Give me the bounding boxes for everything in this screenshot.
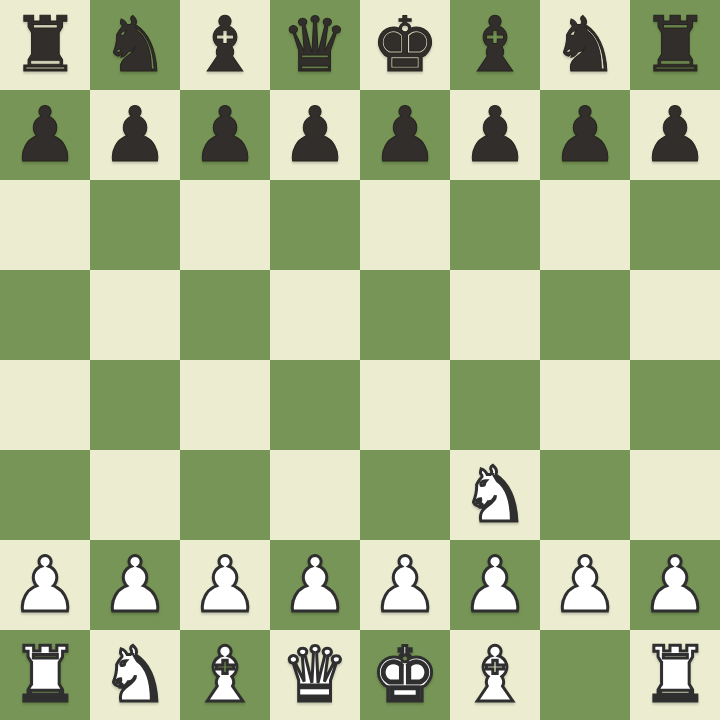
square-d8[interactable]: ♛ [270, 0, 360, 90]
square-b2[interactable]: ♟ [90, 540, 180, 630]
square-b8[interactable]: ♞ [90, 0, 180, 90]
piece-black-rook[interactable]: ♜ [641, 0, 709, 90]
square-c2[interactable]: ♟ [180, 540, 270, 630]
square-c4[interactable] [180, 360, 270, 450]
piece-white-pawn[interactable]: ♟ [551, 540, 619, 630]
piece-black-king[interactable]: ♚ [371, 0, 439, 90]
square-g8[interactable]: ♞ [540, 0, 630, 90]
square-a3[interactable] [0, 450, 90, 540]
piece-black-bishop[interactable]: ♝ [191, 0, 259, 90]
piece-black-pawn[interactable]: ♟ [551, 90, 619, 180]
square-g1[interactable] [540, 630, 630, 720]
chess-board: ♜♞♝♛♚♝♞♜♟♟♟♟♟♟♟♟♞♟♟♟♟♟♟♟♟♜♞♝♛♚♝♜ [0, 0, 720, 720]
piece-black-queen[interactable]: ♛ [281, 0, 349, 90]
piece-black-bishop[interactable]: ♝ [461, 0, 529, 90]
piece-white-pawn[interactable]: ♟ [101, 540, 169, 630]
square-f6[interactable] [450, 180, 540, 270]
square-h2[interactable]: ♟ [630, 540, 720, 630]
square-e5[interactable] [360, 270, 450, 360]
square-e1[interactable]: ♚ [360, 630, 450, 720]
piece-black-knight[interactable]: ♞ [101, 0, 169, 90]
square-c8[interactable]: ♝ [180, 0, 270, 90]
square-d6[interactable] [270, 180, 360, 270]
piece-black-knight[interactable]: ♞ [551, 0, 619, 90]
piece-black-pawn[interactable]: ♟ [11, 90, 79, 180]
square-f2[interactable]: ♟ [450, 540, 540, 630]
piece-black-pawn[interactable]: ♟ [641, 90, 709, 180]
square-e3[interactable] [360, 450, 450, 540]
square-a4[interactable] [0, 360, 90, 450]
piece-white-pawn[interactable]: ♟ [641, 540, 709, 630]
square-c3[interactable] [180, 450, 270, 540]
square-e7[interactable]: ♟ [360, 90, 450, 180]
square-b3[interactable] [90, 450, 180, 540]
square-c7[interactable]: ♟ [180, 90, 270, 180]
piece-white-knight[interactable]: ♞ [101, 630, 169, 720]
square-g6[interactable] [540, 180, 630, 270]
square-h1[interactable]: ♜ [630, 630, 720, 720]
square-h7[interactable]: ♟ [630, 90, 720, 180]
square-c1[interactable]: ♝ [180, 630, 270, 720]
piece-white-pawn[interactable]: ♟ [371, 540, 439, 630]
square-f3[interactable]: ♞ [450, 450, 540, 540]
square-d3[interactable] [270, 450, 360, 540]
square-h6[interactable] [630, 180, 720, 270]
piece-white-bishop[interactable]: ♝ [461, 630, 529, 720]
piece-white-rook[interactable]: ♜ [11, 630, 79, 720]
square-a2[interactable]: ♟ [0, 540, 90, 630]
piece-white-queen[interactable]: ♛ [281, 630, 349, 720]
piece-white-pawn[interactable]: ♟ [281, 540, 349, 630]
square-h5[interactable] [630, 270, 720, 360]
square-a8[interactable]: ♜ [0, 0, 90, 90]
piece-white-king[interactable]: ♚ [371, 630, 439, 720]
square-c6[interactable] [180, 180, 270, 270]
square-g3[interactable] [540, 450, 630, 540]
piece-white-rook[interactable]: ♜ [641, 630, 709, 720]
square-f8[interactable]: ♝ [450, 0, 540, 90]
piece-black-pawn[interactable]: ♟ [101, 90, 169, 180]
piece-black-rook[interactable]: ♜ [11, 0, 79, 90]
piece-black-pawn[interactable]: ♟ [461, 90, 529, 180]
square-b1[interactable]: ♞ [90, 630, 180, 720]
square-d2[interactable]: ♟ [270, 540, 360, 630]
square-f5[interactable] [450, 270, 540, 360]
square-a1[interactable]: ♜ [0, 630, 90, 720]
piece-white-pawn[interactable]: ♟ [11, 540, 79, 630]
square-f1[interactable]: ♝ [450, 630, 540, 720]
square-g7[interactable]: ♟ [540, 90, 630, 180]
piece-white-pawn[interactable]: ♟ [461, 540, 529, 630]
square-f4[interactable] [450, 360, 540, 450]
square-a7[interactable]: ♟ [0, 90, 90, 180]
square-b5[interactable] [90, 270, 180, 360]
piece-white-pawn[interactable]: ♟ [191, 540, 259, 630]
square-e4[interactable] [360, 360, 450, 450]
piece-black-pawn[interactable]: ♟ [281, 90, 349, 180]
square-b7[interactable]: ♟ [90, 90, 180, 180]
square-c5[interactable] [180, 270, 270, 360]
piece-white-bishop[interactable]: ♝ [191, 630, 259, 720]
square-a5[interactable] [0, 270, 90, 360]
piece-black-pawn[interactable]: ♟ [371, 90, 439, 180]
square-g5[interactable] [540, 270, 630, 360]
piece-black-pawn[interactable]: ♟ [191, 90, 259, 180]
square-g2[interactable]: ♟ [540, 540, 630, 630]
square-e2[interactable]: ♟ [360, 540, 450, 630]
square-f7[interactable]: ♟ [450, 90, 540, 180]
piece-white-knight[interactable]: ♞ [461, 450, 529, 540]
square-d1[interactable]: ♛ [270, 630, 360, 720]
square-d7[interactable]: ♟ [270, 90, 360, 180]
square-a6[interactable] [0, 180, 90, 270]
square-g4[interactable] [540, 360, 630, 450]
square-h3[interactable] [630, 450, 720, 540]
square-d5[interactable] [270, 270, 360, 360]
square-h4[interactable] [630, 360, 720, 450]
square-e8[interactable]: ♚ [360, 0, 450, 90]
square-e6[interactable] [360, 180, 450, 270]
square-b4[interactable] [90, 360, 180, 450]
square-b6[interactable] [90, 180, 180, 270]
square-d4[interactable] [270, 360, 360, 450]
square-h8[interactable]: ♜ [630, 0, 720, 90]
